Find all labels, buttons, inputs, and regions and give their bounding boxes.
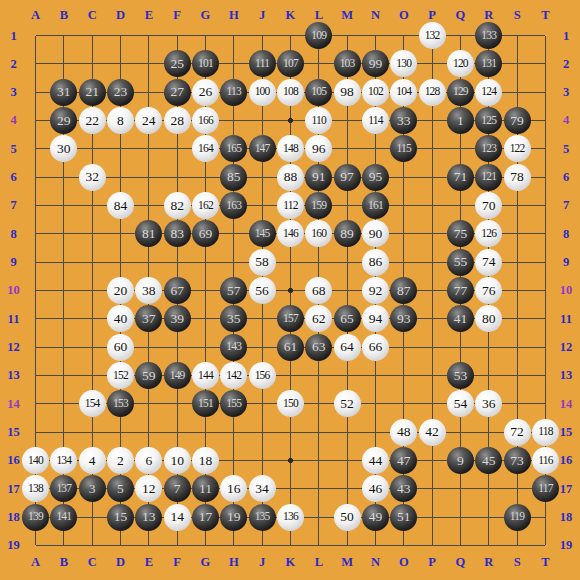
- black-stone-N18: 49: [362, 504, 389, 531]
- move-number: 76: [482, 284, 496, 298]
- white-stone-K14: 150: [277, 390, 304, 417]
- white-stone-D13: 152: [107, 362, 134, 389]
- move-number: 63: [312, 340, 326, 354]
- white-stone-L5: 96: [305, 135, 332, 162]
- black-stone-R16: 45: [475, 447, 502, 474]
- black-stone-G2: 101: [192, 50, 219, 77]
- move-number: 61: [284, 340, 298, 354]
- move-number: 110: [312, 115, 326, 127]
- move-number: 81: [142, 227, 156, 241]
- move-number: 25: [170, 57, 184, 71]
- white-stone-J17: 34: [249, 475, 276, 502]
- move-number: 146: [283, 228, 298, 240]
- move-number: 151: [198, 398, 213, 410]
- move-number: 58: [255, 255, 269, 269]
- white-stone-N3: 102: [362, 79, 389, 106]
- white-stone-M14: 52: [334, 390, 361, 417]
- white-stone-E4: 24: [135, 107, 162, 134]
- move-number: 77: [454, 284, 468, 298]
- row-label-right: 8: [563, 228, 569, 241]
- col-label-top: T: [541, 9, 549, 22]
- black-stone-S16: 73: [504, 447, 531, 474]
- black-stone-L3: 105: [305, 79, 332, 106]
- move-number: 11: [199, 482, 212, 496]
- move-number: 29: [57, 114, 71, 128]
- white-stone-N11: 94: [362, 305, 389, 332]
- move-number: 8: [117, 114, 124, 128]
- black-stone-O18: 51: [390, 504, 417, 531]
- move-number: 70: [482, 199, 496, 213]
- black-stone-S4: 79: [504, 107, 531, 134]
- move-number: 78: [510, 170, 524, 184]
- black-stone-O17: 43: [390, 475, 417, 502]
- row-label-right: 16: [560, 454, 573, 467]
- black-stone-Q9: 55: [447, 249, 474, 276]
- move-number: 83: [170, 227, 184, 241]
- stones-layer: 1234567891011121314151617181920212223242…: [21, 21, 559, 559]
- move-number: 51: [397, 510, 411, 524]
- row-label-left: 1: [10, 29, 16, 42]
- black-stone-J8: 145: [249, 220, 276, 247]
- white-stone-N8: 90: [362, 220, 389, 247]
- move-number: 64: [340, 340, 354, 354]
- black-stone-O4: 33: [390, 107, 417, 134]
- move-number: 101: [198, 58, 213, 70]
- col-label-top: G: [201, 9, 211, 22]
- white-stone-K18: 136: [277, 504, 304, 531]
- move-number: 161: [368, 200, 383, 212]
- move-number: 19: [227, 510, 241, 524]
- white-stone-F16: 10: [164, 447, 191, 474]
- black-stone-S18: 119: [504, 504, 531, 531]
- white-stone-T15: 118: [532, 419, 559, 446]
- black-stone-Q11: 41: [447, 305, 474, 332]
- move-number: 152: [113, 370, 128, 382]
- move-number: 141: [56, 511, 71, 523]
- move-number: 26: [199, 85, 213, 99]
- row-label-right: 2: [563, 58, 569, 71]
- move-number: 119: [510, 511, 524, 523]
- move-number: 45: [482, 454, 496, 468]
- move-number: 79: [510, 114, 524, 128]
- col-label-top: L: [315, 9, 323, 22]
- move-number: 129: [453, 86, 468, 98]
- row-label-right: 9: [563, 256, 569, 269]
- black-stone-O16: 47: [390, 447, 417, 474]
- move-number: 80: [482, 312, 496, 326]
- row-label-right: 5: [563, 143, 569, 156]
- move-number: 46: [369, 482, 383, 496]
- row-label-left: 10: [7, 284, 20, 297]
- white-stone-K3: 108: [277, 79, 304, 106]
- move-number: 69: [199, 227, 213, 241]
- move-number: 72: [510, 425, 524, 439]
- col-label-top: D: [116, 9, 125, 22]
- move-number: 87: [397, 284, 411, 298]
- row-label-left: 5: [10, 143, 16, 156]
- black-stone-T17: 117: [532, 475, 559, 502]
- move-number: 54: [454, 397, 468, 411]
- white-stone-J10: 56: [249, 277, 276, 304]
- black-stone-O10: 87: [390, 277, 417, 304]
- move-number: 71: [454, 170, 468, 184]
- black-stone-Q13: 53: [447, 362, 474, 389]
- row-label-right: 15: [560, 426, 573, 439]
- move-number: 44: [369, 454, 383, 468]
- white-stone-C6: 32: [79, 164, 106, 191]
- black-stone-K2: 107: [277, 50, 304, 77]
- row-label-left: 17: [7, 483, 20, 496]
- black-stone-N2: 99: [362, 50, 389, 77]
- col-label-top: H: [229, 9, 239, 22]
- move-number: 86: [369, 255, 383, 269]
- col-label-top: K: [286, 9, 296, 22]
- black-stone-G17: 11: [192, 475, 219, 502]
- row-label-right: 11: [560, 313, 572, 326]
- move-number: 150: [283, 398, 298, 410]
- black-stone-E8: 81: [135, 220, 162, 247]
- row-label-left: 11: [8, 313, 20, 326]
- move-number: 94: [369, 312, 383, 326]
- white-stone-G5: 164: [192, 135, 219, 162]
- move-number: 55: [454, 255, 468, 269]
- move-number: 16: [227, 482, 241, 496]
- white-stone-N16: 44: [362, 447, 389, 474]
- black-stone-M2: 103: [334, 50, 361, 77]
- black-stone-R6: 121: [475, 164, 502, 191]
- row-label-right: 7: [563, 199, 569, 212]
- black-stone-L7: 159: [305, 192, 332, 219]
- black-stone-H18: 19: [220, 504, 247, 531]
- move-number: 140: [28, 455, 43, 467]
- move-number: 120: [453, 58, 468, 70]
- move-number: 123: [481, 143, 496, 155]
- white-stone-A16: 140: [22, 447, 49, 474]
- black-stone-H11: 35: [220, 305, 247, 332]
- black-stone-K12: 61: [277, 334, 304, 361]
- row-label-right: 1: [563, 29, 569, 42]
- black-stone-G8: 69: [192, 220, 219, 247]
- move-number: 24: [142, 114, 156, 128]
- white-stone-S6: 78: [504, 164, 531, 191]
- row-label-left: 6: [10, 171, 16, 184]
- black-stone-L12: 63: [305, 334, 332, 361]
- move-number: 124: [481, 86, 496, 98]
- row-label-left: 12: [7, 341, 20, 354]
- move-number: 115: [397, 143, 411, 155]
- go-board[interactable]: AABBCCDDEEFFGGHHJJKKLLMMNNOOPPQQRRSSTT11…: [0, 0, 580, 580]
- col-label-top: O: [399, 9, 409, 22]
- move-number: 112: [283, 200, 297, 212]
- move-number: 91: [312, 170, 326, 184]
- move-number: 47: [397, 454, 411, 468]
- col-label-top: F: [173, 9, 181, 22]
- move-number: 165: [226, 143, 241, 155]
- move-number: 9: [457, 454, 464, 468]
- black-stone-K11: 157: [277, 305, 304, 332]
- row-label-left: 15: [7, 426, 20, 439]
- row-label-right: 18: [560, 511, 573, 524]
- white-stone-C16: 4: [79, 447, 106, 474]
- move-number: 111: [255, 58, 269, 70]
- row-label-left: 9: [10, 256, 16, 269]
- white-stone-A17: 138: [22, 475, 49, 502]
- move-number: 121: [481, 171, 496, 183]
- black-stone-M11: 65: [334, 305, 361, 332]
- black-stone-D17: 5: [107, 475, 134, 502]
- white-stone-P1: 132: [419, 22, 446, 49]
- move-number: 38: [142, 284, 156, 298]
- col-label-top: Q: [456, 9, 466, 22]
- black-stone-H6: 85: [220, 164, 247, 191]
- move-number: 93: [397, 312, 411, 326]
- move-number: 10: [170, 454, 184, 468]
- white-stone-R9: 74: [475, 249, 502, 276]
- black-stone-N7: 161: [362, 192, 389, 219]
- row-label-left: 4: [10, 114, 16, 127]
- black-stone-H12: 143: [220, 334, 247, 361]
- white-stone-O2: 130: [390, 50, 417, 77]
- move-number: 82: [170, 199, 184, 213]
- white-stone-R3: 124: [475, 79, 502, 106]
- row-label-right: 14: [560, 398, 573, 411]
- move-number: 48: [397, 425, 411, 439]
- white-stone-H17: 16: [220, 475, 247, 502]
- move-number: 156: [255, 370, 270, 382]
- black-stone-D18: 15: [107, 504, 134, 531]
- move-number: 136: [283, 511, 298, 523]
- white-stone-E16: 6: [135, 447, 162, 474]
- move-number: 139: [28, 511, 43, 523]
- black-stone-J2: 111: [249, 50, 276, 77]
- white-stone-J13: 156: [249, 362, 276, 389]
- white-stone-B16: 134: [50, 447, 77, 474]
- white-stone-M12: 64: [334, 334, 361, 361]
- move-number: 95: [369, 170, 383, 184]
- black-stone-O11: 93: [390, 305, 417, 332]
- white-stone-D16: 2: [107, 447, 134, 474]
- move-number: 104: [396, 86, 411, 98]
- move-number: 166: [198, 115, 213, 127]
- row-label-right: 4: [563, 114, 569, 127]
- white-stone-K6: 88: [277, 164, 304, 191]
- move-number: 89: [340, 227, 354, 241]
- move-number: 65: [340, 312, 354, 326]
- black-stone-F3: 27: [164, 79, 191, 106]
- move-number: 88: [284, 170, 298, 184]
- black-stone-L1: 109: [305, 22, 332, 49]
- white-stone-N12: 66: [362, 334, 389, 361]
- black-stone-D14: 153: [107, 390, 134, 417]
- black-stone-R5: 123: [475, 135, 502, 162]
- row-label-left: 3: [10, 86, 16, 99]
- white-stone-R7: 70: [475, 192, 502, 219]
- black-stone-B17: 137: [50, 475, 77, 502]
- white-stone-D4: 8: [107, 107, 134, 134]
- row-label-right: 12: [560, 341, 573, 354]
- move-number: 36: [482, 397, 496, 411]
- black-stone-Q16: 9: [447, 447, 474, 474]
- move-number: 12: [142, 482, 156, 496]
- move-number: 153: [113, 398, 128, 410]
- move-number: 122: [510, 143, 525, 155]
- move-number: 96: [312, 142, 326, 156]
- black-stone-C3: 21: [79, 79, 106, 106]
- col-label-top: A: [31, 9, 40, 22]
- black-stone-B4: 29: [50, 107, 77, 134]
- move-number: 6: [145, 454, 152, 468]
- move-number: 117: [538, 483, 552, 495]
- black-stone-Q8: 75: [447, 220, 474, 247]
- move-number: 27: [170, 85, 184, 99]
- black-stone-E18: 13: [135, 504, 162, 531]
- move-number: 107: [283, 58, 298, 70]
- white-stone-Q2: 120: [447, 50, 474, 77]
- move-number: 3: [89, 482, 96, 496]
- move-number: 163: [226, 200, 241, 212]
- white-stone-G13: 144: [192, 362, 219, 389]
- white-stone-T16: 116: [532, 447, 559, 474]
- move-number: 138: [28, 483, 43, 495]
- move-number: 99: [369, 57, 383, 71]
- move-number: 39: [170, 312, 184, 326]
- move-number: 145: [255, 228, 270, 240]
- move-number: 74: [482, 255, 496, 269]
- move-number: 128: [425, 86, 440, 98]
- row-label-left: 19: [7, 539, 20, 552]
- move-number: 53: [454, 369, 468, 383]
- move-number: 113: [227, 86, 241, 98]
- black-stone-E13: 59: [135, 362, 162, 389]
- move-number: 149: [170, 370, 185, 382]
- move-number: 5: [117, 482, 124, 496]
- white-stone-E17: 12: [135, 475, 162, 502]
- row-label-right: 19: [560, 539, 573, 552]
- black-stone-Q4: 1: [447, 107, 474, 134]
- black-stone-J5: 147: [249, 135, 276, 162]
- move-number: 131: [481, 58, 496, 70]
- white-stone-S5: 122: [504, 135, 531, 162]
- white-stone-N4: 114: [362, 107, 389, 134]
- move-number: 132: [425, 30, 440, 42]
- white-stone-R10: 76: [475, 277, 502, 304]
- col-label-top: M: [341, 9, 353, 22]
- move-number: 42: [425, 425, 439, 439]
- move-number: 92: [369, 284, 383, 298]
- move-number: 59: [142, 369, 156, 383]
- move-number: 102: [368, 86, 383, 98]
- row-label-right: 3: [563, 86, 569, 99]
- white-stone-Q14: 54: [447, 390, 474, 417]
- row-label-right: 6: [563, 171, 569, 184]
- move-number: 7: [174, 482, 181, 496]
- black-stone-F11: 39: [164, 305, 191, 332]
- row-label-left: 8: [10, 228, 16, 241]
- white-stone-M18: 50: [334, 504, 361, 531]
- black-stone-R1: 133: [475, 22, 502, 49]
- move-number: 155: [226, 398, 241, 410]
- white-stone-J3: 100: [249, 79, 276, 106]
- white-stone-G4: 166: [192, 107, 219, 134]
- move-number: 75: [454, 227, 468, 241]
- white-stone-G16: 18: [192, 447, 219, 474]
- move-number: 28: [170, 114, 184, 128]
- black-stone-J18: 135: [249, 504, 276, 531]
- move-number: 20: [114, 284, 128, 298]
- black-stone-O5: 115: [390, 135, 417, 162]
- white-stone-N17: 46: [362, 475, 389, 502]
- move-number: 4: [89, 454, 96, 468]
- move-number: 97: [340, 170, 354, 184]
- white-stone-P15: 42: [419, 419, 446, 446]
- white-stone-L10: 68: [305, 277, 332, 304]
- move-number: 85: [227, 170, 241, 184]
- black-stone-F17: 7: [164, 475, 191, 502]
- white-stone-S15: 72: [504, 419, 531, 446]
- move-number: 126: [481, 228, 496, 240]
- white-stone-K8: 146: [277, 220, 304, 247]
- black-stone-D3: 23: [107, 79, 134, 106]
- move-number: 33: [397, 114, 411, 128]
- move-number: 133: [481, 30, 496, 42]
- black-stone-B18: 141: [50, 504, 77, 531]
- white-stone-L11: 62: [305, 305, 332, 332]
- move-number: 14: [170, 510, 184, 524]
- col-label-top: P: [428, 9, 436, 22]
- move-number: 162: [198, 200, 213, 212]
- col-label-top: E: [145, 9, 153, 22]
- white-stone-K5: 148: [277, 135, 304, 162]
- move-number: 98: [340, 85, 354, 99]
- white-stone-N9: 86: [362, 249, 389, 276]
- move-number: 100: [255, 86, 270, 98]
- row-label-left: 2: [10, 58, 16, 71]
- move-number: 118: [538, 426, 552, 438]
- black-stone-F13: 149: [164, 362, 191, 389]
- col-label-top: C: [88, 9, 97, 22]
- move-number: 43: [397, 482, 411, 496]
- black-stone-L6: 91: [305, 164, 332, 191]
- black-stone-A18: 139: [22, 504, 49, 531]
- black-stone-R4: 125: [475, 107, 502, 134]
- move-number: 52: [340, 397, 354, 411]
- black-stone-H5: 165: [220, 135, 247, 162]
- move-number: 31: [57, 85, 71, 99]
- white-stone-B5: 30: [50, 135, 77, 162]
- white-stone-D11: 40: [107, 305, 134, 332]
- col-label-top: N: [371, 9, 380, 22]
- white-stone-G3: 26: [192, 79, 219, 106]
- move-number: 21: [85, 85, 99, 99]
- move-number: 41: [454, 312, 468, 326]
- move-number: 130: [396, 58, 411, 70]
- col-label-top: R: [484, 9, 493, 22]
- white-stone-K7: 112: [277, 192, 304, 219]
- move-number: 30: [57, 142, 71, 156]
- row-label-left: 13: [7, 369, 20, 382]
- white-stone-G7: 162: [192, 192, 219, 219]
- row-label-left: 18: [7, 511, 20, 524]
- row-label-left: 7: [10, 199, 16, 212]
- white-stone-O3: 104: [390, 79, 417, 106]
- move-number: 68: [312, 284, 326, 298]
- row-label-right: 10: [560, 284, 573, 297]
- white-stone-C4: 22: [79, 107, 106, 134]
- black-stone-H14: 155: [220, 390, 247, 417]
- move-number: 57: [227, 284, 241, 298]
- black-stone-H10: 57: [220, 277, 247, 304]
- move-number: 154: [85, 398, 100, 410]
